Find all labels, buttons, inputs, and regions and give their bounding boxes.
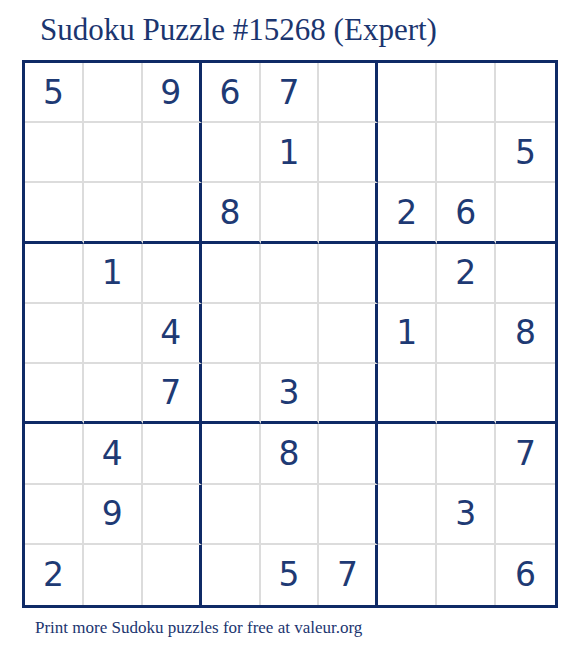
sudoku-cell-r3c6[interactable] [319, 183, 378, 243]
sudoku-cell-r5c7[interactable]: 1 [378, 304, 437, 364]
sudoku-cell-r8c3[interactable] [143, 485, 202, 545]
sudoku-cell-r4c4[interactable] [202, 244, 261, 304]
sudoku-cell-r5c2[interactable] [84, 304, 143, 364]
sudoku-cell-r2c6[interactable] [319, 123, 378, 183]
sudoku-cell-r2c4[interactable] [202, 123, 261, 183]
sudoku-cell-r2c2[interactable] [84, 123, 143, 183]
sudoku-cell-r8c9[interactable] [496, 485, 555, 545]
sudoku-cell-r9c7[interactable] [378, 545, 437, 605]
sudoku-cell-r4c5[interactable] [261, 244, 320, 304]
sudoku-cell-r4c9[interactable] [496, 244, 555, 304]
sudoku-cell-r8c7[interactable] [378, 485, 437, 545]
sudoku-cell-r1c2[interactable] [84, 63, 143, 123]
sudoku-cell-r9c9[interactable]: 6 [496, 545, 555, 605]
sudoku-cell-r7c8[interactable] [437, 424, 496, 484]
sudoku-cell-r9c1[interactable]: 2 [25, 545, 84, 605]
sudoku-cell-r4c6[interactable] [319, 244, 378, 304]
sudoku-cell-r3c5[interactable] [261, 183, 320, 243]
sudoku-cell-r2c1[interactable] [25, 123, 84, 183]
sudoku-cell-r1c6[interactable] [319, 63, 378, 123]
sudoku-page: Sudoku Puzzle #15268 (Expert) 5967158261… [0, 0, 580, 651]
sudoku-cell-r5c3[interactable]: 4 [143, 304, 202, 364]
sudoku-cell-r8c5[interactable] [261, 485, 320, 545]
sudoku-cell-r5c9[interactable]: 8 [496, 304, 555, 364]
sudoku-cell-r1c4[interactable]: 6 [202, 63, 261, 123]
sudoku-cell-r2c3[interactable] [143, 123, 202, 183]
sudoku-cell-r7c2[interactable]: 4 [84, 424, 143, 484]
page-title: Sudoku Puzzle #15268 (Expert) [40, 12, 437, 48]
sudoku-cell-r5c8[interactable] [437, 304, 496, 364]
sudoku-cell-r6c5[interactable]: 3 [261, 364, 320, 424]
sudoku-cell-r1c1[interactable]: 5 [25, 63, 84, 123]
sudoku-cell-r7c9[interactable]: 7 [496, 424, 555, 484]
sudoku-cell-r6c6[interactable] [319, 364, 378, 424]
sudoku-cell-r9c8[interactable] [437, 545, 496, 605]
sudoku-cell-r8c1[interactable] [25, 485, 84, 545]
sudoku-cell-r5c1[interactable] [25, 304, 84, 364]
sudoku-cell-r9c2[interactable] [84, 545, 143, 605]
sudoku-cell-r7c4[interactable] [202, 424, 261, 484]
sudoku-cell-r4c2[interactable]: 1 [84, 244, 143, 304]
sudoku-cell-r2c8[interactable] [437, 123, 496, 183]
sudoku-cell-r3c1[interactable] [25, 183, 84, 243]
sudoku-cell-r1c5[interactable]: 7 [261, 63, 320, 123]
sudoku-cell-r7c1[interactable] [25, 424, 84, 484]
sudoku-cell-r1c7[interactable] [378, 63, 437, 123]
sudoku-cell-r8c6[interactable] [319, 485, 378, 545]
sudoku-cell-r8c2[interactable]: 9 [84, 485, 143, 545]
sudoku-cell-r7c7[interactable] [378, 424, 437, 484]
sudoku-cell-r6c4[interactable] [202, 364, 261, 424]
sudoku-cell-r9c6[interactable]: 7 [319, 545, 378, 605]
sudoku-cell-r3c9[interactable] [496, 183, 555, 243]
sudoku-cell-r6c7[interactable] [378, 364, 437, 424]
sudoku-cell-r4c8[interactable]: 2 [437, 244, 496, 304]
sudoku-cell-r5c5[interactable] [261, 304, 320, 364]
sudoku-cell-r9c4[interactable] [202, 545, 261, 605]
sudoku-cell-r8c4[interactable] [202, 485, 261, 545]
sudoku-cell-r2c7[interactable] [378, 123, 437, 183]
sudoku-cell-r7c3[interactable] [143, 424, 202, 484]
sudoku-cell-r6c8[interactable] [437, 364, 496, 424]
sudoku-cell-r4c1[interactable] [25, 244, 84, 304]
sudoku-cell-r3c8[interactable]: 6 [437, 183, 496, 243]
sudoku-cell-r3c4[interactable]: 8 [202, 183, 261, 243]
sudoku-cell-r3c2[interactable] [84, 183, 143, 243]
sudoku-cell-r4c3[interactable] [143, 244, 202, 304]
sudoku-cell-r6c9[interactable] [496, 364, 555, 424]
sudoku-cell-r1c9[interactable] [496, 63, 555, 123]
sudoku-cell-r9c3[interactable] [143, 545, 202, 605]
sudoku-cell-r3c7[interactable]: 2 [378, 183, 437, 243]
sudoku-cell-r3c3[interactable] [143, 183, 202, 243]
sudoku-cell-r6c1[interactable] [25, 364, 84, 424]
sudoku-cell-r7c6[interactable] [319, 424, 378, 484]
sudoku-cell-r2c5[interactable]: 1 [261, 123, 320, 183]
sudoku-cell-r4c7[interactable] [378, 244, 437, 304]
footer-text: Print more Sudoku puzzles for free at va… [35, 618, 362, 638]
sudoku-cell-r1c8[interactable] [437, 63, 496, 123]
sudoku-cell-r6c3[interactable]: 7 [143, 364, 202, 424]
sudoku-cell-r5c4[interactable] [202, 304, 261, 364]
sudoku-cell-r8c8[interactable]: 3 [437, 485, 496, 545]
sudoku-cell-r7c5[interactable]: 8 [261, 424, 320, 484]
sudoku-cell-r2c9[interactable]: 5 [496, 123, 555, 183]
sudoku-cell-r9c5[interactable]: 5 [261, 545, 320, 605]
sudoku-cell-r5c6[interactable] [319, 304, 378, 364]
sudoku-cell-r1c3[interactable]: 9 [143, 63, 202, 123]
sudoku-board: 5967158261241873487932576 [22, 60, 558, 608]
sudoku-cell-r6c2[interactable] [84, 364, 143, 424]
